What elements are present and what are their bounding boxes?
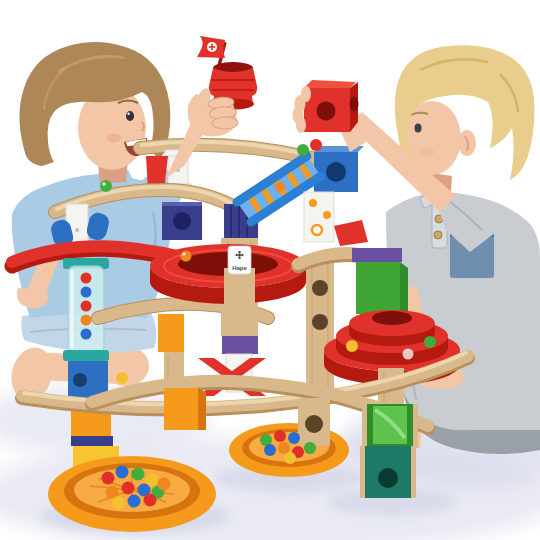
block-hole	[317, 102, 336, 121]
logo-flower-icon	[238, 253, 241, 256]
spiral-mouth	[372, 311, 412, 325]
eye-glint	[127, 113, 129, 115]
blush	[107, 134, 121, 143]
marble	[122, 482, 135, 495]
marble	[116, 372, 128, 384]
marble	[284, 452, 296, 464]
block-hole	[305, 415, 323, 433]
logo-wordmark: Hape	[232, 265, 247, 271]
cheek-shade	[418, 147, 434, 157]
cube-top-light	[162, 202, 202, 206]
orange-dot	[309, 199, 317, 207]
bead	[81, 287, 92, 298]
marble	[403, 349, 414, 360]
finger	[296, 117, 306, 133]
block-hole	[326, 162, 346, 182]
bead	[81, 273, 92, 284]
product-photo: Hape	[0, 0, 540, 540]
block-hole	[312, 314, 328, 330]
block-hole-side	[350, 97, 359, 112]
shirt-button	[434, 231, 442, 239]
marble	[100, 180, 112, 192]
wood-edge	[360, 446, 365, 498]
cube-side-shade	[400, 262, 408, 314]
marble	[128, 495, 141, 508]
marble	[102, 472, 115, 485]
block-hole	[73, 373, 87, 387]
bead	[81, 301, 92, 312]
hape-logo: Hape	[228, 246, 251, 274]
bead	[81, 315, 92, 326]
marble	[310, 139, 322, 151]
wood-edge	[413, 404, 418, 448]
marble	[274, 430, 286, 442]
marble	[297, 144, 309, 156]
navy-stripe-block	[71, 436, 113, 446]
block-hole	[312, 280, 328, 296]
purple-cap-block	[352, 248, 402, 262]
orange-cube-mid	[158, 314, 184, 352]
marble	[158, 478, 171, 491]
marble	[264, 444, 276, 456]
marble	[275, 182, 285, 192]
marble	[278, 442, 290, 454]
marble-glint	[102, 182, 106, 186]
tube-cap-bottom	[63, 350, 109, 361]
finger	[212, 117, 238, 130]
green-cube	[356, 262, 400, 314]
marble	[304, 442, 316, 454]
marble	[112, 497, 125, 510]
marble	[346, 340, 358, 352]
block-hole	[378, 468, 398, 488]
orange-support-cube	[164, 388, 198, 430]
block-hole	[173, 212, 191, 230]
wood-post-holed	[306, 256, 334, 396]
cube-side-shade	[198, 388, 206, 430]
red-cube-held	[304, 80, 359, 132]
marble-glint	[182, 252, 185, 255]
purple-block	[222, 336, 258, 354]
peg-hole	[75, 228, 79, 232]
drop-chute-stack	[360, 404, 418, 498]
wood-edge	[362, 404, 367, 448]
marble	[116, 466, 129, 479]
marble	[288, 432, 300, 444]
hape-column-lower	[224, 268, 255, 336]
marble	[144, 494, 157, 507]
wood-edge	[411, 446, 416, 498]
navy-block-holed	[162, 202, 202, 240]
left-marble-tray	[48, 456, 216, 532]
marble	[424, 336, 436, 348]
bead	[81, 329, 92, 340]
marble	[106, 486, 119, 499]
right-child-eye	[415, 124, 422, 133]
marble	[181, 251, 192, 262]
marble	[132, 468, 145, 481]
photo-scene: Hape	[0, 0, 540, 540]
orange-dot	[323, 211, 331, 219]
left-child-eye	[126, 111, 134, 121]
